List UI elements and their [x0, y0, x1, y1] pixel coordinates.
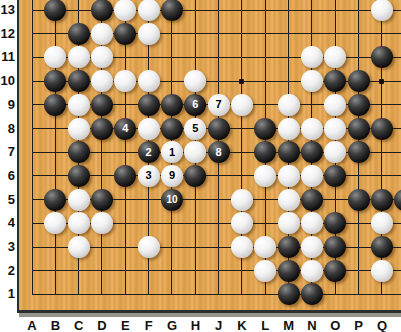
stone-black-Q8[interactable] [371, 118, 393, 140]
col-label-A: A [22, 318, 42, 332]
stone-black-P10[interactable] [348, 70, 370, 92]
stone-black-C6[interactable] [68, 165, 90, 187]
row-label-9: 9 [0, 97, 15, 113]
stone-white-F13[interactable] [138, 0, 160, 21]
stone-black-move-2-F7[interactable]: 2 [138, 141, 160, 163]
stone-black-D8[interactable] [91, 118, 113, 140]
stone-white-N3[interactable] [301, 236, 323, 258]
stone-white-N11[interactable] [301, 46, 323, 68]
stone-white-M5[interactable] [278, 189, 300, 211]
col-label-Q: Q [372, 318, 392, 332]
stone-white-D12[interactable] [91, 23, 113, 45]
stone-white-B4[interactable] [44, 212, 66, 234]
col-label-D: D [92, 318, 112, 332]
grid-line-row-13 [32, 10, 401, 11]
move-number-label: 9 [169, 170, 175, 181]
stone-black-B13[interactable] [44, 0, 66, 21]
stone-black-D9[interactable] [91, 94, 113, 116]
stone-black-L7[interactable] [254, 141, 276, 163]
stone-black-G9[interactable] [161, 94, 183, 116]
star-point-Q10 [379, 79, 384, 84]
stone-white-O7[interactable] [324, 141, 346, 163]
stone-black-C7[interactable] [68, 141, 90, 163]
stone-black-M2[interactable] [278, 260, 300, 282]
stone-white-O9[interactable] [324, 94, 346, 116]
move-number-label: 1 [169, 147, 175, 158]
col-label-O: O [325, 318, 345, 332]
stone-white-move-7-J9[interactable]: 7 [208, 94, 230, 116]
move-number-label: 10 [166, 195, 177, 205]
stone-white-L6[interactable] [254, 165, 276, 187]
move-number-label: 3 [146, 170, 152, 181]
col-label-G: G [162, 318, 182, 332]
stone-black-C10[interactable] [68, 70, 90, 92]
stone-white-C11[interactable] [68, 46, 90, 68]
stone-white-C5[interactable] [68, 189, 90, 211]
stone-white-L3[interactable] [254, 236, 276, 258]
stone-black-Q5[interactable] [371, 189, 393, 211]
stone-white-K3[interactable] [231, 236, 253, 258]
stone-black-P5[interactable] [348, 189, 370, 211]
stone-black-B10[interactable] [44, 70, 66, 92]
stone-black-move-6-H9[interactable]: 6 [184, 94, 206, 116]
row-label-12: 12 [0, 26, 15, 42]
stone-white-M4[interactable] [278, 212, 300, 234]
row-label-7: 7 [0, 144, 15, 160]
stone-white-Q13[interactable] [371, 0, 393, 21]
col-label-P: P [349, 318, 369, 332]
stone-white-D10[interactable] [91, 70, 113, 92]
stone-white-D4[interactable] [91, 212, 113, 234]
stone-black-O2[interactable] [324, 260, 346, 282]
stone-black-N1[interactable] [301, 283, 323, 305]
move-number-label: 6 [192, 99, 198, 110]
star-point-K10 [239, 79, 244, 84]
move-number-label: 8 [216, 147, 222, 158]
row-label-10: 10 [0, 73, 15, 89]
row-label-5: 5 [0, 192, 15, 208]
stone-black-H6[interactable] [184, 165, 206, 187]
stone-white-N6[interactable] [301, 165, 323, 187]
stone-white-K4[interactable] [231, 212, 253, 234]
col-label-E: E [115, 318, 135, 332]
stone-black-O4[interactable] [324, 212, 346, 234]
stone-black-L8[interactable] [254, 118, 276, 140]
stone-white-move-9-G6[interactable]: 9 [161, 165, 183, 187]
stone-white-F3[interactable] [138, 236, 160, 258]
stone-black-E12[interactable] [114, 23, 136, 45]
stone-white-C8[interactable] [68, 118, 90, 140]
stone-black-O6[interactable] [324, 165, 346, 187]
stone-white-H7[interactable] [184, 141, 206, 163]
stone-white-Q4[interactable] [371, 212, 393, 234]
stone-white-E13[interactable] [114, 0, 136, 21]
stone-black-B9[interactable] [44, 94, 66, 116]
stone-black-O3[interactable] [324, 236, 346, 258]
stone-black-D5[interactable] [91, 189, 113, 211]
stone-white-N2[interactable] [301, 260, 323, 282]
stone-white-H10[interactable] [184, 70, 206, 92]
stone-black-N5[interactable] [301, 189, 323, 211]
stone-black-F9[interactable] [138, 94, 160, 116]
row-label-2: 2 [0, 263, 15, 279]
stone-white-O11[interactable] [324, 46, 346, 68]
stone-black-D13[interactable] [91, 0, 113, 21]
stone-white-C4[interactable] [68, 212, 90, 234]
stone-black-B5[interactable] [44, 189, 66, 211]
stone-white-F8[interactable] [138, 118, 160, 140]
stone-black-P7[interactable] [348, 141, 370, 163]
col-label-F: F [139, 318, 159, 332]
stone-white-M6[interactable] [278, 165, 300, 187]
stone-white-move-5-H8[interactable]: 5 [184, 118, 206, 140]
col-label-J: J [209, 318, 229, 332]
col-label-B: B [45, 318, 65, 332]
stone-white-F12[interactable] [138, 23, 160, 45]
col-label-M: M [279, 318, 299, 332]
stone-white-F10[interactable] [138, 70, 160, 92]
stone-black-M3[interactable] [278, 236, 300, 258]
stone-black-N7[interactable] [301, 141, 323, 163]
col-label-L: L [255, 318, 275, 332]
stone-white-D11[interactable] [91, 46, 113, 68]
stone-black-M1[interactable] [278, 283, 300, 305]
go-diagram: 64281075139 ABCDEFGHJKLMNOPQ 13121110987… [0, 0, 401, 332]
move-number-label: 4 [122, 123, 128, 134]
move-number-label: 2 [146, 147, 152, 158]
board-edge-left [17, 0, 19, 313]
stone-white-move-3-F6[interactable]: 3 [138, 165, 160, 187]
stone-white-K9[interactable] [231, 94, 253, 116]
stone-white-M9[interactable] [278, 94, 300, 116]
col-label-K: K [232, 318, 252, 332]
stone-black-move-8-J7[interactable]: 8 [208, 141, 230, 163]
move-number-label: 7 [216, 99, 222, 110]
stone-white-B11[interactable] [44, 46, 66, 68]
col-label-N: N [302, 318, 322, 332]
row-label-3: 3 [0, 239, 15, 255]
row-label-4: 4 [0, 215, 15, 231]
grid-line-col-B [55, 0, 56, 295]
board-shadow [19, 313, 401, 317]
go-board[interactable]: 64281075139 [19, 0, 401, 310]
stone-white-C3[interactable] [68, 236, 90, 258]
stone-black-E6[interactable] [114, 165, 136, 187]
stone-black-Q11[interactable] [371, 46, 393, 68]
stone-black-O10[interactable] [324, 70, 346, 92]
stone-black-move-10-G5[interactable]: 10 [161, 189, 183, 211]
stone-white-Q2[interactable] [371, 260, 393, 282]
row-label-11: 11 [0, 49, 15, 65]
stone-white-L2[interactable] [254, 260, 276, 282]
row-label-1: 1 [0, 286, 15, 302]
move-number-label: 5 [192, 123, 198, 134]
stone-black-G8[interactable] [161, 118, 183, 140]
stone-black-J8[interactable] [208, 118, 230, 140]
stone-white-N4[interactable] [301, 212, 323, 234]
row-label-8: 8 [0, 121, 15, 137]
col-label-C: C [69, 318, 89, 332]
stone-white-O8[interactable] [324, 118, 346, 140]
stone-black-move-4-E8[interactable]: 4 [114, 118, 136, 140]
grid-line-row-1 [32, 294, 401, 295]
stone-white-K5[interactable] [231, 189, 253, 211]
stone-black-R5[interactable] [394, 189, 401, 211]
stone-black-P8[interactable] [348, 118, 370, 140]
stone-white-N10[interactable] [301, 70, 323, 92]
row-label-13: 13 [0, 2, 15, 18]
stone-black-Q3[interactable] [371, 236, 393, 258]
col-label-H: H [185, 318, 205, 332]
row-label-6: 6 [0, 168, 15, 184]
stone-white-C9[interactable] [68, 94, 90, 116]
stone-white-E10[interactable] [114, 70, 136, 92]
stone-black-G13[interactable] [161, 0, 183, 21]
stone-white-move-1-G7[interactable]: 1 [161, 141, 183, 163]
grid-line-col-A [32, 0, 33, 295]
stone-black-P9[interactable] [348, 94, 370, 116]
stone-white-N8[interactable] [301, 118, 323, 140]
stone-black-M7[interactable] [278, 141, 300, 163]
stone-black-C12[interactable] [68, 23, 90, 45]
stone-white-M8[interactable] [278, 118, 300, 140]
